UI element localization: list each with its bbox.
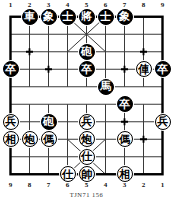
diagram-caption: TJN71 156 [0,191,173,198]
xiangqi-diagram: 1 2 3 4 5 6 7 8 9 車象士將士象砲卒卒俥卒馬卒兵砲兵兵相炮傌炮傌… [0,0,173,200]
black-cannon: 砲 [79,44,95,60]
black-general: 將 [79,9,95,25]
black-cannon: 砲 [41,114,57,130]
bottom-file-labels: 9 8 7 6 5 4 3 2 1 [1,181,172,189]
file-label: 8 [20,181,39,189]
file-label: 2 [134,181,153,189]
piece-grid: 車象士將士象砲卒卒俥卒馬卒兵砲兵兵相炮傌炮傌仕仕帥相 [1,8,172,183]
black-elephant: 象 [117,9,133,25]
red-horse: 傌 [117,131,133,147]
red-soldier: 兵 [3,114,19,130]
red-elephant: 相 [117,166,133,182]
black-chariot: 車 [22,9,38,25]
red-advisor: 仕 [60,166,76,182]
red-advisor: 仕 [79,149,95,165]
red-soldier: 兵 [155,114,171,130]
black-soldier: 卒 [3,61,19,77]
red-elephant: 相 [3,131,19,147]
black-elephant: 象 [41,9,57,25]
board: 車象士將士象砲卒卒俥卒馬卒兵砲兵兵相炮傌炮傌仕仕帥相 [1,8,172,183]
red-cannon: 炮 [79,131,95,147]
black-soldier: 卒 [117,96,133,112]
red-cannon: 炮 [22,131,38,147]
file-label: 5 [77,181,96,189]
file-label: 7 [39,181,58,189]
black-soldier: 卒 [79,61,95,77]
red-soldier: 兵 [79,114,95,130]
file-label: 3 [115,181,134,189]
red-chariot: 俥 [136,61,152,77]
red-horse: 傌 [41,131,57,147]
black-advisor: 士 [98,9,114,25]
black-advisor: 士 [60,9,76,25]
file-label: 6 [58,181,77,189]
black-soldier: 卒 [155,61,171,77]
file-label: 9 [1,181,20,189]
file-label: 4 [96,181,115,189]
black-horse: 馬 [98,79,114,95]
file-label: 1 [153,181,172,189]
red-general: 帥 [79,166,95,182]
